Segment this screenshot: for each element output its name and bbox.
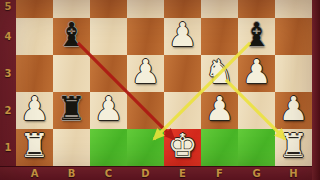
square-c1[interactable] [90,129,127,166]
file-label-e: E [164,167,201,180]
rank-label-2: 2 [0,104,16,118]
white-pawn-e4[interactable]: ♟ [168,16,198,53]
square-c4[interactable] [90,18,127,55]
square-d1[interactable] [127,129,164,166]
black-bishop-b4[interactable]: ♝ [57,16,87,53]
square-a5[interactable] [16,0,53,18]
square-f1[interactable] [201,129,238,166]
square-b1[interactable] [53,129,90,166]
square-d2[interactable] [127,92,164,129]
square-a3[interactable] [16,55,53,92]
white-knight-f3[interactable]: ♞ [205,53,235,90]
rank-label-3: 3 [0,67,16,81]
square-e3[interactable] [164,55,201,92]
square-d4[interactable] [127,18,164,55]
square-e2[interactable] [164,92,201,129]
square-f4[interactable] [201,18,238,55]
white-pawn-a2[interactable]: ♟ [20,90,50,127]
square-h1[interactable]: ♜ [275,129,312,166]
square-a4[interactable] [16,18,53,55]
square-g2[interactable] [238,92,275,129]
square-h2[interactable]: ♟ [275,92,312,129]
rank-label-1: 1 [0,141,16,155]
square-h3[interactable] [275,55,312,92]
square-a1[interactable]: ♜ [16,129,53,166]
rank-label-4: 4 [0,30,16,44]
black-bishop-g4[interactable]: ♝ [242,16,272,53]
square-f5[interactable] [201,0,238,18]
square-d5[interactable] [127,0,164,18]
white-king-e1[interactable]: ♚ [168,127,198,164]
black-rook-b2[interactable]: ♜ [57,90,87,127]
square-c2[interactable]: ♟ [90,92,127,129]
square-b2[interactable]: ♜ [53,92,90,129]
square-h5[interactable] [275,0,312,18]
square-a2[interactable]: ♟ [16,92,53,129]
square-g1[interactable] [238,129,275,166]
chess-board-scene: ♝♟♝♟♞♟♟♜♟♟♟♜♚♜ 54321 ABCDEFGH [0,0,320,180]
rank-label-5: 5 [0,0,16,14]
square-f3[interactable]: ♞ [201,55,238,92]
board-frame-right [312,0,320,180]
square-c3[interactable] [90,55,127,92]
file-label-a: A [16,167,53,180]
file-label-b: B [53,167,90,180]
white-rook-a1[interactable]: ♜ [20,127,50,164]
file-label-c: C [90,167,127,180]
white-pawn-g3[interactable]: ♟ [242,53,272,90]
white-pawn-h2[interactable]: ♟ [279,90,309,127]
white-pawn-c2[interactable]: ♟ [94,90,124,127]
square-c5[interactable] [90,0,127,18]
square-d3[interactable]: ♟ [127,55,164,92]
file-label-g: G [238,167,275,180]
board: ♝♟♝♟♞♟♟♜♟♟♟♜♚♜ [16,0,312,166]
file-label-h: H [275,167,312,180]
square-b3[interactable] [53,55,90,92]
square-g3[interactable]: ♟ [238,55,275,92]
white-rook-h1[interactable]: ♜ [279,127,309,164]
square-e1[interactable]: ♚ [164,129,201,166]
file-label-f: F [201,167,238,180]
square-f2[interactable]: ♟ [201,92,238,129]
square-g4[interactable]: ♝ [238,18,275,55]
square-h4[interactable] [275,18,312,55]
square-e4[interactable]: ♟ [164,18,201,55]
square-b4[interactable]: ♝ [53,18,90,55]
white-pawn-f2[interactable]: ♟ [205,90,235,127]
file-labels: ABCDEFGH [0,166,320,180]
file-label-d: D [127,167,164,180]
white-pawn-d3[interactable]: ♟ [131,53,161,90]
